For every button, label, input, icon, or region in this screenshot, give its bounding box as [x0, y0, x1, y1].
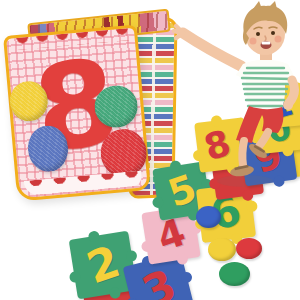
child-arm-raised [174, 26, 241, 66]
puzzle-tab [125, 250, 138, 263]
bag-front-face-gingham: 8 [3, 24, 151, 201]
puzzle-tab [141, 240, 154, 253]
floor-circle-green [219, 262, 250, 286]
tile-number: 2 [81, 239, 124, 291]
floor-circle-red [236, 238, 262, 259]
puzzle-tab [69, 271, 82, 284]
product-photo-canvas: 8 2 3 4 5 6 8 9 0 [0, 0, 300, 300]
child-shadow [217, 175, 273, 187]
floor-circle-blue [196, 206, 221, 228]
puzzle-tab [180, 271, 193, 284]
tile-number: 3 [136, 263, 182, 300]
floor-circle-yellow [208, 238, 236, 261]
child-illustration [163, 0, 300, 200]
tile-number: 4 [152, 213, 189, 258]
mat-storage-bag: 8 [4, 6, 172, 200]
puzzle-tab [246, 201, 258, 213]
child-head [243, 1, 287, 60]
